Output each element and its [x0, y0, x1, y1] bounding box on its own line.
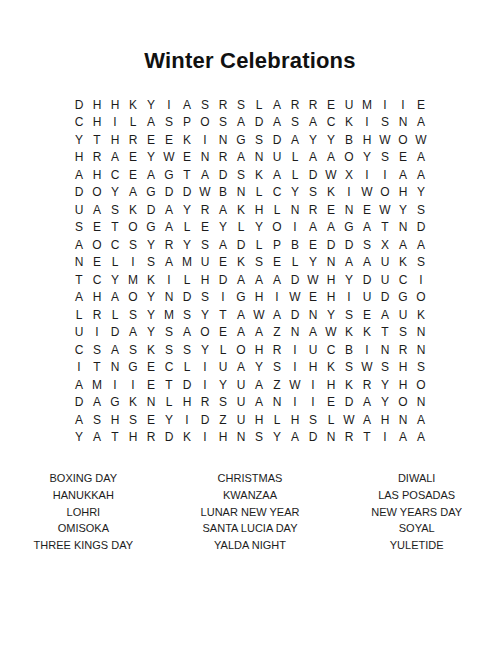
grid-cell-r16c15[interactable]: K [322, 359, 340, 377]
grid-cell-r11c6[interactable]: I [160, 271, 178, 289]
grid-cell-r14c11[interactable]: A [250, 324, 268, 342]
grid-cell-r6c19[interactable]: H [394, 184, 412, 202]
grid-cell-r9c18[interactable]: X [376, 236, 394, 254]
grid-cell-r12c14[interactable]: E [304, 289, 322, 307]
grid-cell-r11c4[interactable]: M [124, 271, 142, 289]
grid-cell-r4c16[interactable]: O [340, 149, 358, 167]
grid-cell-r3c10[interactable]: G [232, 131, 250, 149]
grid-cell-r9c3[interactable]: C [106, 236, 124, 254]
grid-cell-r10c9[interactable]: E [214, 254, 232, 272]
grid-cell-r15c1[interactable]: C [70, 341, 88, 359]
grid-cell-r13c12[interactable]: A [268, 306, 286, 324]
grid-cell-r16c14[interactable]: H [304, 359, 322, 377]
grid-cell-r11c8[interactable]: H [196, 271, 214, 289]
grid-cell-r17c20[interactable]: O [412, 376, 430, 394]
grid-cell-r5c18[interactable]: I [376, 166, 394, 184]
grid-cell-r5c1[interactable]: A [70, 166, 88, 184]
grid-cell-r1c17[interactable]: M [358, 96, 376, 114]
grid-cell-r4c13[interactable]: L [286, 149, 304, 167]
grid-cell-r16c5[interactable]: E [142, 359, 160, 377]
grid-cell-r11c11[interactable]: A [250, 271, 268, 289]
grid-cell-r15c20[interactable]: N [412, 341, 430, 359]
grid-cell-r2c17[interactable]: I [358, 114, 376, 132]
grid-cell-r7c2[interactable]: A [88, 201, 106, 219]
grid-cell-r19c7[interactable]: I [178, 411, 196, 429]
grid-cell-r1c9[interactable]: R [214, 96, 232, 114]
grid-cell-r20c11[interactable]: S [250, 429, 268, 447]
grid-cell-r17c7[interactable]: D [178, 376, 196, 394]
grid-cell-r11c17[interactable]: D [358, 271, 376, 289]
grid-cell-r2c9[interactable]: S [214, 114, 232, 132]
grid-cell-r8c19[interactable]: N [394, 219, 412, 237]
grid-cell-r20c10[interactable]: N [232, 429, 250, 447]
grid-cell-r12c4[interactable]: O [124, 289, 142, 307]
grid-cell-r9c2[interactable]: O [88, 236, 106, 254]
grid-cell-r4c11[interactable]: N [250, 149, 268, 167]
grid-cell-r13c20[interactable]: K [412, 306, 430, 324]
grid-cell-r5c10[interactable]: S [232, 166, 250, 184]
grid-cell-r9c14[interactable]: E [304, 236, 322, 254]
grid-cell-r3c16[interactable]: B [340, 131, 358, 149]
grid-cell-r1c8[interactable]: S [196, 96, 214, 114]
grid-cell-r9c4[interactable]: S [124, 236, 142, 254]
grid-cell-r19c3[interactable]: H [106, 411, 124, 429]
grid-cell-r1c10[interactable]: S [232, 96, 250, 114]
grid-cell-r7c15[interactable]: E [322, 201, 340, 219]
grid-cell-r14c15[interactable]: W [322, 324, 340, 342]
grid-cell-r5c20[interactable]: A [412, 166, 430, 184]
grid-cell-r5c17[interactable]: I [358, 166, 376, 184]
grid-cell-r17c1[interactable]: A [70, 376, 88, 394]
grid-cell-r11c18[interactable]: U [376, 271, 394, 289]
grid-cell-r1c12[interactable]: A [268, 96, 286, 114]
grid-cell-r14c18[interactable]: T [376, 324, 394, 342]
grid-cell-r16c3[interactable]: N [106, 359, 124, 377]
grid-cell-r16c10[interactable]: A [232, 359, 250, 377]
grid-cell-r14c16[interactable]: K [340, 324, 358, 342]
grid-cell-r13c6[interactable]: M [160, 306, 178, 324]
grid-cell-r15c18[interactable]: N [376, 341, 394, 359]
grid-cell-r6c3[interactable]: Y [106, 184, 124, 202]
grid-cell-r1c18[interactable]: I [376, 96, 394, 114]
grid-cell-r5c8[interactable]: A [196, 166, 214, 184]
grid-cell-r18c6[interactable]: L [160, 394, 178, 412]
grid-cell-r14c2[interactable]: I [88, 324, 106, 342]
grid-cell-r12c10[interactable]: G [232, 289, 250, 307]
grid-cell-r9c1[interactable]: A [70, 236, 88, 254]
grid-cell-r6c20[interactable]: Y [412, 184, 430, 202]
grid-cell-r4c8[interactable]: N [196, 149, 214, 167]
grid-cell-r8c18[interactable]: T [376, 219, 394, 237]
grid-cell-r16c9[interactable]: U [214, 359, 232, 377]
grid-cell-r19c12[interactable]: L [268, 411, 286, 429]
grid-cell-r10c1[interactable]: N [70, 254, 88, 272]
grid-cell-r6c10[interactable]: N [232, 184, 250, 202]
grid-cell-r19c13[interactable]: H [286, 411, 304, 429]
grid-cell-r10c2[interactable]: E [88, 254, 106, 272]
grid-cell-r4c20[interactable]: A [412, 149, 430, 167]
grid-cell-r9c19[interactable]: A [394, 236, 412, 254]
grid-cell-r19c5[interactable]: E [142, 411, 160, 429]
grid-cell-r4c12[interactable]: U [268, 149, 286, 167]
grid-cell-r8c8[interactable]: E [196, 219, 214, 237]
grid-cell-r20c17[interactable]: T [358, 429, 376, 447]
grid-cell-r16c11[interactable]: Y [250, 359, 268, 377]
grid-cell-r15c5[interactable]: K [142, 341, 160, 359]
grid-cell-r8c11[interactable]: Y [250, 219, 268, 237]
grid-cell-r13c5[interactable]: Y [142, 306, 160, 324]
grid-cell-r18c8[interactable]: R [196, 394, 214, 412]
grid-cell-r11c16[interactable]: Y [340, 271, 358, 289]
grid-cell-r9c8[interactable]: S [196, 236, 214, 254]
grid-cell-r6c1[interactable]: D [70, 184, 88, 202]
grid-cell-r10c11[interactable]: S [250, 254, 268, 272]
grid-cell-r6c9[interactable]: B [214, 184, 232, 202]
grid-cell-r9c20[interactable]: A [412, 236, 430, 254]
grid-cell-r7c8[interactable]: R [196, 201, 214, 219]
grid-cell-r19c6[interactable]: Y [160, 411, 178, 429]
grid-cell-r8c13[interactable]: I [286, 219, 304, 237]
grid-cell-r5c12[interactable]: A [268, 166, 286, 184]
grid-cell-r14c5[interactable]: Y [142, 324, 160, 342]
grid-cell-r19c9[interactable]: Z [214, 411, 232, 429]
grid-cell-r19c15[interactable]: L [322, 411, 340, 429]
grid-cell-r3c14[interactable]: Y [304, 131, 322, 149]
grid-cell-r6c13[interactable]: Y [286, 184, 304, 202]
grid-cell-r20c18[interactable]: I [376, 429, 394, 447]
grid-cell-r15c2[interactable]: S [88, 341, 106, 359]
grid-cell-r17c4[interactable]: I [124, 376, 142, 394]
grid-cell-r20c5[interactable]: R [142, 429, 160, 447]
grid-cell-r7c6[interactable]: A [160, 201, 178, 219]
grid-cell-r13c2[interactable]: R [88, 306, 106, 324]
grid-cell-r17c8[interactable]: I [196, 376, 214, 394]
grid-cell-r2c20[interactable]: A [412, 114, 430, 132]
grid-cell-r4c14[interactable]: A [304, 149, 322, 167]
grid-cell-r5c14[interactable]: D [304, 166, 322, 184]
grid-cell-r19c2[interactable]: S [88, 411, 106, 429]
grid-cell-r15c19[interactable]: R [394, 341, 412, 359]
grid-cell-r7c18[interactable]: W [376, 201, 394, 219]
grid-cell-r14c6[interactable]: S [160, 324, 178, 342]
grid-cell-r7c13[interactable]: N [286, 201, 304, 219]
grid-cell-r2c4[interactable]: L [124, 114, 142, 132]
grid-cell-r16c19[interactable]: H [394, 359, 412, 377]
grid-cell-r12c13[interactable]: W [286, 289, 304, 307]
grid-cell-r6c7[interactable]: D [178, 184, 196, 202]
grid-cell-r11c1[interactable]: T [70, 271, 88, 289]
grid-cell-r12c9[interactable]: I [214, 289, 232, 307]
grid-cell-r12c15[interactable]: H [322, 289, 340, 307]
grid-cell-r7c4[interactable]: K [124, 201, 142, 219]
grid-cell-r6c2[interactable]: O [88, 184, 106, 202]
grid-cell-r14c19[interactable]: S [394, 324, 412, 342]
grid-cell-r3c20[interactable]: W [412, 131, 430, 149]
grid-cell-r10c16[interactable]: A [340, 254, 358, 272]
grid-cell-r18c16[interactable]: D [340, 394, 358, 412]
grid-cell-r19c18[interactable]: H [376, 411, 394, 429]
grid-cell-r9c9[interactable]: A [214, 236, 232, 254]
grid-cell-r20c9[interactable]: H [214, 429, 232, 447]
grid-cell-r10c14[interactable]: Y [304, 254, 322, 272]
grid-cell-r9c15[interactable]: D [322, 236, 340, 254]
grid-cell-r18c20[interactable]: N [412, 394, 430, 412]
grid-cell-r14c12[interactable]: Z [268, 324, 286, 342]
grid-cell-r15c9[interactable]: L [214, 341, 232, 359]
grid-cell-r10c4[interactable]: I [124, 254, 142, 272]
grid-cell-r19c16[interactable]: W [340, 411, 358, 429]
grid-cell-r10c15[interactable]: N [322, 254, 340, 272]
grid-cell-r16c18[interactable]: S [376, 359, 394, 377]
grid-cell-r20c3[interactable]: T [106, 429, 124, 447]
grid-cell-r20c2[interactable]: A [88, 429, 106, 447]
grid-cell-r8c16[interactable]: G [340, 219, 358, 237]
grid-cell-r18c13[interactable]: I [286, 394, 304, 412]
grid-cell-r3c13[interactable]: A [286, 131, 304, 149]
grid-cell-r20c16[interactable]: R [340, 429, 358, 447]
grid-cell-r7c7[interactable]: Y [178, 201, 196, 219]
grid-cell-r12c8[interactable]: S [196, 289, 214, 307]
grid-cell-r15c3[interactable]: A [106, 341, 124, 359]
grid-cell-r5c19[interactable]: A [394, 166, 412, 184]
grid-cell-r13c7[interactable]: S [178, 306, 196, 324]
grid-cell-r18c3[interactable]: G [106, 394, 124, 412]
grid-cell-r7c14[interactable]: R [304, 201, 322, 219]
grid-cell-r18c7[interactable]: H [178, 394, 196, 412]
grid-cell-r16c7[interactable]: L [178, 359, 196, 377]
grid-cell-r12c19[interactable]: G [394, 289, 412, 307]
grid-cell-r5c4[interactable]: E [124, 166, 142, 184]
grid-cell-r12c6[interactable]: N [160, 289, 178, 307]
grid-cell-r13c3[interactable]: L [106, 306, 124, 324]
grid-cell-r18c5[interactable]: N [142, 394, 160, 412]
grid-cell-r20c14[interactable]: D [304, 429, 322, 447]
grid-cell-r15c8[interactable]: Y [196, 341, 214, 359]
grid-cell-r14c7[interactable]: A [178, 324, 196, 342]
grid-cell-r10c18[interactable]: U [376, 254, 394, 272]
grid-cell-r1c7[interactable]: A [178, 96, 196, 114]
grid-cell-r20c13[interactable]: A [286, 429, 304, 447]
grid-cell-r5c2[interactable]: H [88, 166, 106, 184]
grid-cell-r3c6[interactable]: E [160, 131, 178, 149]
grid-cell-r9c11[interactable]: L [250, 236, 268, 254]
grid-cell-r2c12[interactable]: A [268, 114, 286, 132]
grid-cell-r13c14[interactable]: N [304, 306, 322, 324]
grid-cell-r8c3[interactable]: T [106, 219, 124, 237]
grid-cell-r18c9[interactable]: S [214, 394, 232, 412]
grid-cell-r4c3[interactable]: A [106, 149, 124, 167]
grid-cell-r3c19[interactable]: O [394, 131, 412, 149]
grid-cell-r8c20[interactable]: D [412, 219, 430, 237]
grid-cell-r3c4[interactable]: R [124, 131, 142, 149]
grid-cell-r17c14[interactable]: I [304, 376, 322, 394]
grid-cell-r18c10[interactable]: U [232, 394, 250, 412]
grid-cell-r8c1[interactable]: S [70, 219, 88, 237]
grid-cell-r6c4[interactable]: A [124, 184, 142, 202]
grid-cell-r9c12[interactable]: P [268, 236, 286, 254]
grid-cell-r10c3[interactable]: L [106, 254, 124, 272]
grid-cell-r4c4[interactable]: E [124, 149, 142, 167]
grid-cell-r2c1[interactable]: C [70, 114, 88, 132]
grid-cell-r11c15[interactable]: H [322, 271, 340, 289]
grid-cell-r18c11[interactable]: A [250, 394, 268, 412]
grid-cell-r4c18[interactable]: S [376, 149, 394, 167]
grid-cell-r10c6[interactable]: A [160, 254, 178, 272]
grid-cell-r6c5[interactable]: G [142, 184, 160, 202]
grid-cell-r18c19[interactable]: O [394, 394, 412, 412]
grid-cell-r16c17[interactable]: W [358, 359, 376, 377]
grid-cell-r20c8[interactable]: I [196, 429, 214, 447]
grid-cell-r5c5[interactable]: A [142, 166, 160, 184]
grid-cell-r17c19[interactable]: H [394, 376, 412, 394]
grid-cell-r11c12[interactable]: A [268, 271, 286, 289]
grid-cell-r18c2[interactable]: A [88, 394, 106, 412]
grid-cell-r10c17[interactable]: A [358, 254, 376, 272]
grid-cell-r4c7[interactable]: E [178, 149, 196, 167]
grid-cell-r17c11[interactable]: A [250, 376, 268, 394]
grid-cell-r12c16[interactable]: I [340, 289, 358, 307]
grid-cell-r1c15[interactable]: E [322, 96, 340, 114]
grid-cell-r7c3[interactable]: S [106, 201, 124, 219]
grid-cell-r11c5[interactable]: K [142, 271, 160, 289]
grid-cell-r13c4[interactable]: S [124, 306, 142, 324]
grid-cell-r8c17[interactable]: A [358, 219, 376, 237]
grid-cell-r16c20[interactable]: S [412, 359, 430, 377]
grid-cell-r14c14[interactable]: A [304, 324, 322, 342]
grid-cell-r6c8[interactable]: W [196, 184, 214, 202]
grid-cell-r18c12[interactable]: N [268, 394, 286, 412]
grid-cell-r15c11[interactable]: H [250, 341, 268, 359]
grid-cell-r12c1[interactable]: A [70, 289, 88, 307]
grid-cell-r8c9[interactable]: Y [214, 219, 232, 237]
grid-cell-r15c17[interactable]: I [358, 341, 376, 359]
grid-cell-r16c16[interactable]: S [340, 359, 358, 377]
grid-cell-r14c3[interactable]: D [106, 324, 124, 342]
grid-cell-r11c2[interactable]: C [88, 271, 106, 289]
grid-cell-r11c10[interactable]: A [232, 271, 250, 289]
grid-cell-r13c16[interactable]: S [340, 306, 358, 324]
grid-cell-r8c14[interactable]: A [304, 219, 322, 237]
grid-cell-r10c19[interactable]: K [394, 254, 412, 272]
grid-cell-r2c5[interactable]: A [142, 114, 160, 132]
grid-cell-r6c15[interactable]: K [322, 184, 340, 202]
grid-cell-r17c9[interactable]: Y [214, 376, 232, 394]
grid-cell-r1c6[interactable]: I [160, 96, 178, 114]
grid-cell-r20c7[interactable]: K [178, 429, 196, 447]
grid-cell-r5c3[interactable]: C [106, 166, 124, 184]
grid-cell-r18c1[interactable]: D [70, 394, 88, 412]
grid-cell-r1c11[interactable]: L [250, 96, 268, 114]
grid-cell-r20c15[interactable]: N [322, 429, 340, 447]
grid-cell-r20c1[interactable]: Y [70, 429, 88, 447]
grid-cell-r19c4[interactable]: S [124, 411, 142, 429]
grid-cell-r15c13[interactable]: I [286, 341, 304, 359]
grid-cell-r5c7[interactable]: T [178, 166, 196, 184]
grid-cell-r14c9[interactable]: E [214, 324, 232, 342]
grid-cell-r7c5[interactable]: D [142, 201, 160, 219]
grid-cell-r17c17[interactable]: R [358, 376, 376, 394]
grid-cell-r3c11[interactable]: S [250, 131, 268, 149]
grid-cell-r17c18[interactable]: Y [376, 376, 394, 394]
grid-cell-r4c19[interactable]: E [394, 149, 412, 167]
grid-cell-r19c11[interactable]: H [250, 411, 268, 429]
grid-cell-r5c15[interactable]: W [322, 166, 340, 184]
grid-cell-r3c8[interactable]: I [196, 131, 214, 149]
grid-cell-r10c5[interactable]: S [142, 254, 160, 272]
grid-cell-r16c12[interactable]: S [268, 359, 286, 377]
grid-cell-r17c12[interactable]: Z [268, 376, 286, 394]
grid-cell-r18c4[interactable]: K [124, 394, 142, 412]
grid-cell-r3c5[interactable]: E [142, 131, 160, 149]
grid-cell-r5c6[interactable]: G [160, 166, 178, 184]
grid-cell-r3c7[interactable]: K [178, 131, 196, 149]
grid-cell-r17c2[interactable]: M [88, 376, 106, 394]
grid-cell-r8c4[interactable]: O [124, 219, 142, 237]
grid-cell-r13c17[interactable]: E [358, 306, 376, 324]
grid-cell-r8c10[interactable]: L [232, 219, 250, 237]
grid-cell-r4c9[interactable]: R [214, 149, 232, 167]
grid-cell-r2c11[interactable]: D [250, 114, 268, 132]
grid-cell-r6c17[interactable]: W [358, 184, 376, 202]
grid-cell-r6c11[interactable]: L [250, 184, 268, 202]
grid-cell-r13c19[interactable]: U [394, 306, 412, 324]
grid-cell-r7c19[interactable]: Y [394, 201, 412, 219]
grid-cell-r9c10[interactable]: D [232, 236, 250, 254]
grid-cell-r17c5[interactable]: E [142, 376, 160, 394]
grid-cell-r18c18[interactable]: Y [376, 394, 394, 412]
grid-cell-r14c13[interactable]: N [286, 324, 304, 342]
grid-cell-r2c2[interactable]: H [88, 114, 106, 132]
grid-cell-r14c10[interactable]: A [232, 324, 250, 342]
grid-cell-r3c17[interactable]: H [358, 131, 376, 149]
grid-cell-r15c15[interactable]: C [322, 341, 340, 359]
grid-cell-r2c19[interactable]: N [394, 114, 412, 132]
grid-cell-r13c9[interactable]: T [214, 306, 232, 324]
grid-cell-r11c7[interactable]: L [178, 271, 196, 289]
grid-cell-r2c8[interactable]: O [196, 114, 214, 132]
grid-cell-r14c1[interactable]: U [70, 324, 88, 342]
grid-cell-r2c6[interactable]: S [160, 114, 178, 132]
grid-cell-r7c11[interactable]: H [250, 201, 268, 219]
grid-cell-r15c12[interactable]: R [268, 341, 286, 359]
grid-cell-r5c13[interactable]: L [286, 166, 304, 184]
grid-cell-r18c15[interactable]: E [322, 394, 340, 412]
grid-cell-r6c18[interactable]: O [376, 184, 394, 202]
grid-cell-r10c7[interactable]: M [178, 254, 196, 272]
grid-cell-r17c13[interactable]: W [286, 376, 304, 394]
grid-cell-r1c19[interactable]: I [394, 96, 412, 114]
grid-cell-r15c10[interactable]: O [232, 341, 250, 359]
grid-cell-r20c20[interactable]: A [412, 429, 430, 447]
grid-cell-r2c18[interactable]: S [376, 114, 394, 132]
grid-cell-r11c9[interactable]: D [214, 271, 232, 289]
grid-cell-r1c1[interactable]: D [70, 96, 88, 114]
grid-cell-r2c3[interactable]: I [106, 114, 124, 132]
grid-cell-r19c17[interactable]: A [358, 411, 376, 429]
grid-cell-r19c8[interactable]: D [196, 411, 214, 429]
grid-cell-r3c18[interactable]: W [376, 131, 394, 149]
grid-cell-r7c1[interactable]: U [70, 201, 88, 219]
grid-cell-r15c14[interactable]: U [304, 341, 322, 359]
grid-cell-r11c3[interactable]: Y [106, 271, 124, 289]
grid-cell-r3c15[interactable]: Y [322, 131, 340, 149]
grid-cell-r14c20[interactable]: N [412, 324, 430, 342]
grid-cell-r10c10[interactable]: K [232, 254, 250, 272]
grid-cell-r14c17[interactable]: K [358, 324, 376, 342]
grid-cell-r5c9[interactable]: D [214, 166, 232, 184]
grid-cell-r20c12[interactable]: Y [268, 429, 286, 447]
grid-cell-r6c6[interactable]: D [160, 184, 178, 202]
